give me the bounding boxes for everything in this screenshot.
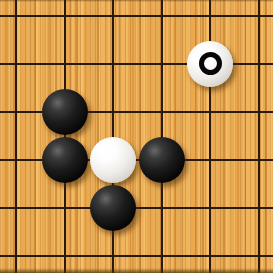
black-stone[interactable] [90,185,136,231]
black-stone[interactable] [42,89,88,135]
go-board-screenshot [0,0,273,273]
stone-layer [0,0,273,273]
white-stone[interactable] [187,41,233,87]
black-stone[interactable] [139,137,185,183]
circle-marker-icon [199,52,222,75]
black-stone[interactable] [42,137,88,183]
white-stone[interactable] [90,137,136,183]
